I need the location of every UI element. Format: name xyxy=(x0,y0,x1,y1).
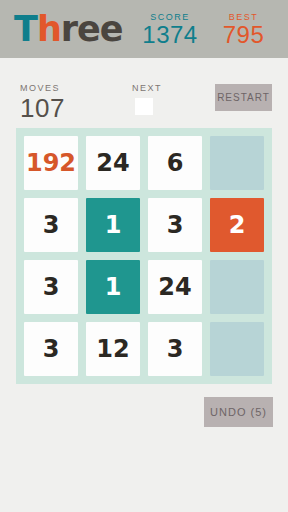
moves-label: MOVES xyxy=(20,83,65,93)
app-title: Three xyxy=(14,11,123,47)
tile-192: 192 xyxy=(24,136,78,190)
board-grid[interactable]: 192246313231243123 xyxy=(16,128,272,384)
next-box: NEXT xyxy=(132,83,162,115)
title-letter-t: T xyxy=(14,9,37,49)
empty-cell xyxy=(210,322,264,376)
next-tile-preview xyxy=(135,98,153,115)
restart-button[interactable]: RESTART xyxy=(215,84,272,111)
best-value: 795 xyxy=(216,22,271,48)
header-bar: Three SCORE 1374 BEST 795 xyxy=(0,0,288,58)
empty-cell xyxy=(210,136,264,190)
tile-3: 3 xyxy=(24,322,78,376)
tile-24: 24 xyxy=(86,136,140,190)
tile-24: 24 xyxy=(148,260,202,314)
next-label: NEXT xyxy=(132,83,162,93)
tile-3: 3 xyxy=(148,322,202,376)
best-box: BEST 795 xyxy=(216,12,271,48)
title-letters-ree: ree xyxy=(61,9,123,49)
tile-3: 3 xyxy=(24,198,78,252)
tile-1: 1 xyxy=(86,198,140,252)
score-value: 1374 xyxy=(139,22,201,48)
title-letter-h: h xyxy=(37,9,61,49)
tile-3: 3 xyxy=(24,260,78,314)
undo-button[interactable]: UNDO (5) xyxy=(204,397,273,427)
tile-6: 6 xyxy=(148,136,202,190)
moves-value: 107 xyxy=(20,94,65,122)
empty-cell xyxy=(210,260,264,314)
tile-1: 1 xyxy=(86,260,140,314)
tile-2: 2 xyxy=(210,198,264,252)
tile-3: 3 xyxy=(148,198,202,252)
score-box: SCORE 1374 xyxy=(139,12,201,48)
tile-12: 12 xyxy=(86,322,140,376)
moves-box: MOVES 107 xyxy=(20,83,65,122)
